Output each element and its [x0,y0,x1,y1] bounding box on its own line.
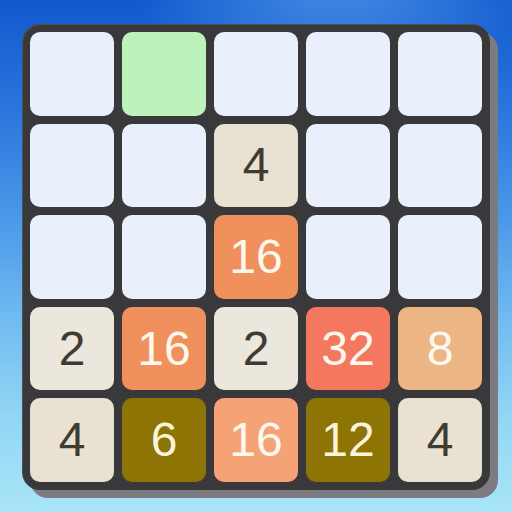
empty-cell-r1c4 [306,32,390,116]
empty-cell-r2c2 [122,124,206,208]
tile-4-r5c5: 4 [398,398,482,482]
empty-cell-r3c1 [30,215,114,299]
tile-2-r4c3: 2 [214,307,298,391]
tile-6-r5c2: 6 [122,398,206,482]
tile-4-r5c1: 4 [30,398,114,482]
tile-16-r5c3: 16 [214,398,298,482]
highlighted-empty-cell-r1c2 [122,32,206,116]
tile-32-r4c4: 32 [306,307,390,391]
empty-cell-r2c5 [398,124,482,208]
board[interactable]: 41621623284616124 [22,24,490,490]
tile-12-r5c4: 12 [306,398,390,482]
empty-cell-r1c1 [30,32,114,116]
tile-4-r2c3: 4 [214,124,298,208]
empty-cell-r3c5 [398,215,482,299]
tile-8-r4c5: 8 [398,307,482,391]
empty-cell-r3c4 [306,215,390,299]
empty-cell-r1c3 [214,32,298,116]
tile-16-r4c2: 16 [122,307,206,391]
empty-cell-r1c5 [398,32,482,116]
empty-cell-r2c4 [306,124,390,208]
background: 41621623284616124 [0,0,512,512]
tile-16-r3c3: 16 [214,215,298,299]
empty-cell-r3c2 [122,215,206,299]
tile-2-r4c1: 2 [30,307,114,391]
empty-cell-r2c1 [30,124,114,208]
